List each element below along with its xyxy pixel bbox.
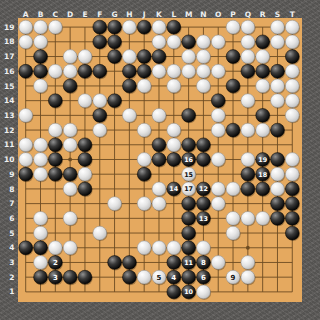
black-stone-M2[interactable] (182, 270, 196, 284)
white-stone-N16[interactable] (197, 64, 211, 78)
black-stone-K11[interactable] (152, 138, 166, 152)
black-stone-J16[interactable] (137, 64, 151, 78)
move-number-15: 15 (184, 171, 193, 179)
black-stone-S7[interactable] (271, 197, 285, 211)
black-stone-J19[interactable] (137, 20, 151, 34)
white-stone-D8[interactable] (63, 182, 77, 196)
white-stone-J7[interactable] (137, 197, 151, 211)
white-stone-L15[interactable] (167, 79, 181, 93)
white-stone-O16[interactable] (211, 64, 225, 78)
column-label: T (290, 10, 296, 19)
black-stone-M6[interactable] (182, 211, 196, 225)
black-stone-R18[interactable] (256, 35, 270, 49)
white-stone-T19[interactable] (285, 20, 299, 34)
white-stone-J10[interactable] (137, 153, 151, 167)
white-stone-D11[interactable] (63, 138, 77, 152)
white-stone-S9[interactable] (271, 167, 285, 181)
white-stone-N18[interactable] (197, 35, 211, 49)
black-stone-G3[interactable] (108, 256, 122, 270)
black-stone-R8[interactable] (256, 182, 270, 196)
black-stone-E8[interactable] (78, 182, 92, 196)
black-stone-Q9[interactable] (241, 167, 255, 181)
black-stone-P12[interactable] (226, 123, 240, 137)
white-stone-D4[interactable] (63, 241, 77, 255)
row-label: 6 (9, 214, 14, 223)
black-stone-M4[interactable] (182, 241, 196, 255)
move-number-4: 4 (171, 274, 176, 282)
white-stone-T15[interactable] (285, 79, 299, 93)
move-number-12: 12 (199, 185, 208, 193)
column-label: O (215, 10, 221, 19)
black-stone-A16[interactable] (19, 64, 33, 78)
white-stone-S15[interactable] (271, 79, 285, 93)
row-label: 3 (9, 258, 14, 267)
black-stone-D15[interactable] (63, 79, 77, 93)
white-stone-B3[interactable] (34, 256, 48, 270)
black-stone-Q8[interactable] (241, 182, 255, 196)
row-label: 1 (9, 287, 14, 296)
row-label: 18 (4, 37, 14, 46)
black-stone-K17[interactable] (152, 50, 166, 64)
black-stone-T8[interactable] (285, 182, 299, 196)
go-board[interactable]: ABCDEFGHJKLMNOPQRST191817161514131211109… (0, 0, 320, 320)
white-stone-J15[interactable] (137, 79, 151, 93)
black-stone-T6[interactable] (285, 211, 299, 225)
white-stone-L11[interactable] (167, 138, 181, 152)
column-label: F (97, 10, 102, 19)
row-label: 17 (4, 52, 14, 61)
white-stone-F14[interactable] (93, 94, 107, 108)
black-stone-S10[interactable] (271, 153, 285, 167)
white-stone-C16[interactable] (48, 64, 62, 78)
white-stone-K13[interactable] (152, 108, 166, 122)
column-label: D (67, 10, 73, 19)
black-stone-B16[interactable] (34, 64, 48, 78)
black-stone-A9[interactable] (19, 167, 33, 181)
white-stone-L4[interactable] (167, 241, 181, 255)
white-stone-A19[interactable] (19, 20, 33, 34)
white-stone-H13[interactable] (122, 108, 136, 122)
black-stone-Q16[interactable] (241, 64, 255, 78)
column-label: N (200, 10, 206, 19)
white-stone-O12[interactable] (211, 123, 225, 137)
column-label: A (23, 10, 29, 19)
move-number-19: 19 (258, 156, 267, 164)
row-label: 8 (9, 185, 14, 194)
white-stone-S19[interactable] (271, 20, 285, 34)
column-label: P (230, 10, 236, 19)
black-stone-J9[interactable] (137, 167, 151, 181)
white-stone-E14[interactable] (78, 94, 92, 108)
white-stone-A18[interactable] (19, 35, 33, 49)
black-stone-L19[interactable] (167, 20, 181, 34)
white-stone-B19[interactable] (34, 20, 48, 34)
white-stone-P6[interactable] (226, 211, 240, 225)
white-stone-B18[interactable] (34, 35, 48, 49)
black-stone-T5[interactable] (285, 226, 299, 240)
black-stone-R16[interactable] (256, 64, 270, 78)
row-label: 11 (4, 140, 14, 149)
column-label: J (142, 10, 146, 19)
black-stone-N11[interactable] (197, 138, 211, 152)
column-label: K (156, 10, 163, 19)
black-stone-J17[interactable] (137, 50, 151, 64)
move-number-14: 14 (169, 185, 178, 193)
white-stone-L18[interactable] (167, 35, 181, 49)
white-stone-F5[interactable] (93, 226, 107, 240)
white-stone-Q19[interactable] (241, 20, 255, 34)
white-stone-B11[interactable] (34, 138, 48, 152)
black-stone-L1[interactable] (167, 285, 181, 299)
white-stone-D6[interactable] (63, 211, 77, 225)
white-stone-D12[interactable] (63, 123, 77, 137)
white-stone-B5[interactable] (34, 226, 48, 240)
white-stone-B15[interactable] (34, 79, 48, 93)
black-stone-C14[interactable] (48, 94, 62, 108)
black-stone-E11[interactable] (78, 138, 92, 152)
white-stone-E9[interactable] (78, 167, 92, 181)
white-stone-Q3[interactable] (241, 256, 255, 270)
white-stone-J4[interactable] (137, 241, 151, 255)
white-stone-N4[interactable] (197, 241, 211, 255)
black-stone-M18[interactable] (182, 35, 196, 49)
move-number-16: 16 (184, 156, 193, 164)
white-stone-T9[interactable] (285, 167, 299, 181)
white-stone-D16[interactable] (63, 64, 77, 78)
row-label: 10 (4, 155, 14, 164)
black-stone-G14[interactable] (108, 94, 122, 108)
hoshi-point (68, 158, 72, 162)
move-number-17: 17 (184, 185, 193, 193)
column-label: E (82, 10, 87, 19)
white-stone-T14[interactable] (285, 94, 299, 108)
row-label: 13 (4, 111, 14, 120)
move-number-18: 18 (258, 171, 267, 179)
column-label: H (126, 10, 132, 19)
white-stone-A11[interactable] (19, 138, 33, 152)
move-number-10: 10 (184, 288, 193, 296)
go-diagram: ABCDEFGHJKLMNOPQRST191817161514131211109… (0, 0, 320, 320)
move-number-11: 11 (184, 259, 193, 267)
black-stone-S16[interactable] (271, 64, 285, 78)
white-stone-M17[interactable] (182, 50, 196, 64)
black-stone-E16[interactable] (78, 64, 92, 78)
black-stone-E2[interactable] (78, 270, 92, 284)
white-stone-O3[interactable] (211, 256, 225, 270)
white-stone-O13[interactable] (211, 108, 225, 122)
black-stone-G18[interactable] (108, 35, 122, 49)
row-label: 12 (4, 126, 14, 135)
black-stone-S12[interactable] (271, 123, 285, 137)
white-stone-O7[interactable] (211, 197, 225, 211)
black-stone-G19[interactable] (108, 20, 122, 34)
row-label: 16 (4, 67, 14, 76)
column-label: R (260, 10, 266, 19)
white-stone-T18[interactable] (285, 35, 299, 49)
row-label: 4 (9, 243, 14, 252)
white-stone-M16[interactable] (182, 64, 196, 78)
black-stone-K10[interactable] (152, 153, 166, 167)
black-stone-S6[interactable] (271, 211, 285, 225)
black-stone-H3[interactable] (122, 256, 136, 270)
white-stone-L12[interactable] (167, 123, 181, 137)
move-number-5: 5 (157, 274, 162, 282)
column-label: C (53, 10, 59, 19)
white-stone-N17[interactable] (197, 50, 211, 64)
row-label: 15 (4, 82, 14, 91)
white-stone-O10[interactable] (211, 153, 225, 167)
white-stone-T13[interactable] (285, 108, 299, 122)
white-stone-O8[interactable] (211, 182, 225, 196)
black-stone-F19[interactable] (93, 20, 107, 34)
white-stone-T16[interactable] (285, 64, 299, 78)
move-number-3: 3 (53, 274, 58, 282)
black-stone-F16[interactable] (93, 64, 107, 78)
white-stone-L16[interactable] (167, 64, 181, 78)
black-stone-M5[interactable] (182, 226, 196, 240)
black-stone-H2[interactable] (122, 270, 136, 284)
white-stone-S14[interactable] (271, 94, 285, 108)
black-stone-F13[interactable] (93, 108, 107, 122)
white-stone-R15[interactable] (256, 79, 270, 93)
white-stone-P8[interactable] (226, 182, 240, 196)
white-stone-K8[interactable] (152, 182, 166, 196)
black-stone-H15[interactable] (122, 79, 136, 93)
white-stone-N1[interactable] (197, 285, 211, 299)
column-label: M (185, 10, 192, 19)
row-label: 2 (9, 273, 14, 282)
black-stone-O14[interactable] (211, 94, 225, 108)
white-stone-Q17[interactable] (241, 50, 255, 64)
black-stone-L10[interactable] (167, 153, 181, 167)
black-stone-T17[interactable] (285, 50, 299, 64)
move-number-8: 8 (201, 259, 206, 267)
white-stone-Q12[interactable] (241, 123, 255, 137)
black-stone-H16[interactable] (122, 64, 136, 78)
white-stone-N15[interactable] (197, 79, 211, 93)
white-stone-J2[interactable] (137, 270, 151, 284)
white-stone-S18[interactable] (271, 35, 285, 49)
row-label: 14 (4, 96, 14, 105)
row-label: 5 (9, 229, 14, 238)
white-stone-Q10[interactable] (241, 153, 255, 167)
white-stone-J12[interactable] (137, 123, 151, 137)
white-stone-G7[interactable] (108, 197, 122, 211)
column-label: Q (245, 10, 251, 19)
white-stone-F12[interactable] (93, 123, 107, 137)
black-stone-G17[interactable] (108, 50, 122, 64)
white-stone-A10[interactable] (19, 153, 33, 167)
white-stone-B10[interactable] (34, 153, 48, 167)
white-stone-B6[interactable] (34, 211, 48, 225)
black-stone-P15[interactable] (226, 79, 240, 93)
white-stone-K16[interactable] (152, 64, 166, 78)
black-stone-C11[interactable] (48, 138, 62, 152)
white-stone-A13[interactable] (19, 108, 33, 122)
white-stone-C4[interactable] (48, 241, 62, 255)
white-stone-P5[interactable] (226, 226, 240, 240)
white-stone-D17[interactable] (63, 50, 77, 64)
white-stone-K7[interactable] (152, 197, 166, 211)
white-stone-P19[interactable] (226, 20, 240, 34)
black-stone-A4[interactable] (19, 241, 33, 255)
column-label: B (38, 10, 44, 19)
move-number-13: 13 (199, 215, 208, 223)
black-stone-F18[interactable] (93, 35, 107, 49)
black-stone-M13[interactable] (182, 108, 196, 122)
move-number-9: 9 (231, 274, 236, 282)
column-label: G (111, 10, 117, 19)
black-stone-C10[interactable] (48, 153, 62, 167)
black-stone-M11[interactable] (182, 138, 196, 152)
black-stone-C9[interactable] (48, 167, 62, 181)
black-stone-N7[interactable] (197, 197, 211, 211)
row-label: 9 (9, 170, 14, 179)
black-stone-N10[interactable] (197, 153, 211, 167)
white-stone-R6[interactable] (256, 211, 270, 225)
black-stone-R13[interactable] (256, 108, 270, 122)
white-stone-B9[interactable] (34, 167, 48, 181)
column-label: S (275, 10, 280, 19)
white-stone-K18[interactable] (152, 35, 166, 49)
white-stone-E17[interactable] (78, 50, 92, 64)
white-stone-R17[interactable] (256, 50, 270, 64)
white-stone-C19[interactable] (48, 20, 62, 34)
black-stone-D9[interactable] (63, 167, 77, 181)
black-stone-B17[interactable] (34, 50, 48, 64)
white-stone-Q14[interactable] (241, 94, 255, 108)
hoshi-point (246, 246, 250, 250)
black-stone-B2[interactable] (34, 270, 48, 284)
black-stone-P17[interactable] (226, 50, 240, 64)
white-stone-O18[interactable] (211, 35, 225, 49)
move-number-2: 2 (53, 259, 58, 267)
move-number-6: 6 (201, 274, 206, 282)
white-stone-S8[interactable] (271, 182, 285, 196)
white-stone-R12[interactable] (256, 123, 270, 137)
black-stone-L3[interactable] (167, 256, 181, 270)
white-stone-C12[interactable] (48, 123, 62, 137)
white-stone-Q2[interactable] (241, 270, 255, 284)
white-stone-H17[interactable] (122, 50, 136, 64)
white-stone-K19[interactable] (152, 20, 166, 34)
black-stone-T7[interactable] (285, 197, 299, 211)
white-stone-T10[interactable] (285, 153, 299, 167)
row-label: 7 (9, 199, 14, 208)
white-stone-Q18[interactable] (241, 35, 255, 49)
white-stone-K4[interactable] (152, 241, 166, 255)
row-label: 19 (4, 23, 14, 32)
column-label: L (171, 10, 176, 19)
black-stone-B4[interactable] (34, 241, 48, 255)
black-stone-D2[interactable] (63, 270, 77, 284)
black-stone-E10[interactable] (78, 153, 92, 167)
white-stone-H19[interactable] (122, 20, 136, 34)
black-stone-M7[interactable] (182, 197, 196, 211)
white-stone-Q6[interactable] (241, 211, 255, 225)
